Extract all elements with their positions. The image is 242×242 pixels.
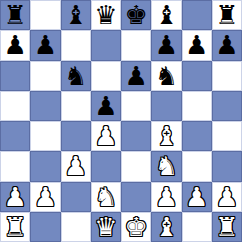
- white-pawn-icon: ♟: [94, 121, 117, 151]
- square-a5[interactable]: [0, 91, 30, 121]
- square-f6[interactable]: ♞: [151, 61, 181, 91]
- black-knight-icon: ♞: [155, 61, 178, 91]
- black-king-icon: ♚: [124, 0, 147, 30]
- square-d5[interactable]: ♟: [91, 91, 121, 121]
- white-bishop-icon: ♝: [155, 121, 178, 151]
- white-pawn-icon: ♟: [3, 182, 26, 212]
- black-pawn-icon: ♟: [215, 30, 238, 60]
- white-knight-icon: ♞: [94, 182, 117, 212]
- black-pawn-icon: ♟: [3, 30, 26, 60]
- square-h7[interactable]: ♟: [212, 30, 242, 60]
- square-d4[interactable]: ♟: [91, 121, 121, 151]
- square-f8[interactable]: ♝: [151, 0, 181, 30]
- square-e2[interactable]: [121, 182, 151, 212]
- white-pawn-icon: ♟: [34, 182, 57, 212]
- square-b8[interactable]: [30, 0, 60, 30]
- square-h1[interactable]: ♜: [212, 212, 242, 242]
- square-g7[interactable]: ♟: [182, 30, 212, 60]
- square-f3[interactable]: ♞: [151, 151, 181, 181]
- square-h8[interactable]: ♜: [212, 0, 242, 30]
- square-g1[interactable]: [182, 212, 212, 242]
- black-bishop-icon: ♝: [64, 0, 87, 30]
- square-a7[interactable]: ♟: [0, 30, 30, 60]
- square-a1[interactable]: ♜: [0, 212, 30, 242]
- square-h4[interactable]: [212, 121, 242, 151]
- black-pawn-icon: ♟: [155, 30, 178, 60]
- square-g4[interactable]: [182, 121, 212, 151]
- white-knight-icon: ♞: [155, 151, 178, 181]
- square-e1[interactable]: ♚: [121, 212, 151, 242]
- square-d2[interactable]: ♞: [91, 182, 121, 212]
- black-pawn-icon: ♟: [124, 61, 147, 91]
- square-g6[interactable]: [182, 61, 212, 91]
- square-b7[interactable]: ♟: [30, 30, 60, 60]
- white-bishop-icon: ♝: [155, 212, 178, 242]
- square-b1[interactable]: [30, 212, 60, 242]
- square-c3[interactable]: ♟: [61, 151, 91, 181]
- square-c7[interactable]: [61, 30, 91, 60]
- white-pawn-icon: ♟: [215, 182, 238, 212]
- white-pawn-icon: ♟: [155, 182, 178, 212]
- square-c1[interactable]: [61, 212, 91, 242]
- square-e3[interactable]: [121, 151, 151, 181]
- square-c5[interactable]: [61, 91, 91, 121]
- square-g5[interactable]: [182, 91, 212, 121]
- square-d7[interactable]: [91, 30, 121, 60]
- black-pawn-icon: ♟: [34, 30, 57, 60]
- square-f5[interactable]: [151, 91, 181, 121]
- white-rook-icon: ♜: [3, 212, 26, 242]
- square-h2[interactable]: ♟: [212, 182, 242, 212]
- white-pawn-icon: ♟: [185, 182, 208, 212]
- square-d6[interactable]: [91, 61, 121, 91]
- white-rook-icon: ♜: [215, 212, 238, 242]
- square-c2[interactable]: [61, 182, 91, 212]
- square-g3[interactable]: [182, 151, 212, 181]
- square-a4[interactable]: [0, 121, 30, 151]
- square-c8[interactable]: ♝: [61, 0, 91, 30]
- black-rook-icon: ♜: [3, 0, 26, 30]
- square-a6[interactable]: [0, 61, 30, 91]
- square-b4[interactable]: [30, 121, 60, 151]
- square-e4[interactable]: [121, 121, 151, 151]
- square-a8[interactable]: ♜: [0, 0, 30, 30]
- square-g2[interactable]: ♟: [182, 182, 212, 212]
- square-c4[interactable]: [61, 121, 91, 151]
- square-d3[interactable]: [91, 151, 121, 181]
- square-d8[interactable]: ♛: [91, 0, 121, 30]
- black-pawn-icon: ♟: [185, 30, 208, 60]
- square-e7[interactable]: [121, 30, 151, 60]
- black-bishop-icon: ♝: [155, 0, 178, 30]
- square-f4[interactable]: ♝: [151, 121, 181, 151]
- black-rook-icon: ♜: [215, 0, 238, 30]
- white-king-icon: ♚: [124, 212, 147, 242]
- square-h5[interactable]: [212, 91, 242, 121]
- square-e5[interactable]: [121, 91, 151, 121]
- square-b3[interactable]: [30, 151, 60, 181]
- square-a3[interactable]: [0, 151, 30, 181]
- square-d1[interactable]: ♛: [91, 212, 121, 242]
- square-e8[interactable]: ♚: [121, 0, 151, 30]
- square-g8[interactable]: [182, 0, 212, 30]
- square-h6[interactable]: [212, 61, 242, 91]
- chess-board: ♜♝♛♚♝♜♟♟♟♟♟♞♟♞♟♟♝♟♞♟♟♞♟♟♟♜♛♚♝♜: [0, 0, 242, 242]
- square-b6[interactable]: [30, 61, 60, 91]
- black-knight-icon: ♞: [64, 61, 87, 91]
- square-f7[interactable]: ♟: [151, 30, 181, 60]
- square-c6[interactable]: ♞: [61, 61, 91, 91]
- square-b2[interactable]: ♟: [30, 182, 60, 212]
- square-e6[interactable]: ♟: [121, 61, 151, 91]
- square-a2[interactable]: ♟: [0, 182, 30, 212]
- square-f1[interactable]: ♝: [151, 212, 181, 242]
- square-h3[interactable]: [212, 151, 242, 181]
- square-b5[interactable]: [30, 91, 60, 121]
- white-queen-icon: ♛: [94, 212, 117, 242]
- square-f2[interactable]: ♟: [151, 182, 181, 212]
- white-pawn-icon: ♟: [64, 151, 87, 181]
- black-queen-icon: ♛: [94, 0, 117, 30]
- black-pawn-icon: ♟: [94, 91, 117, 121]
